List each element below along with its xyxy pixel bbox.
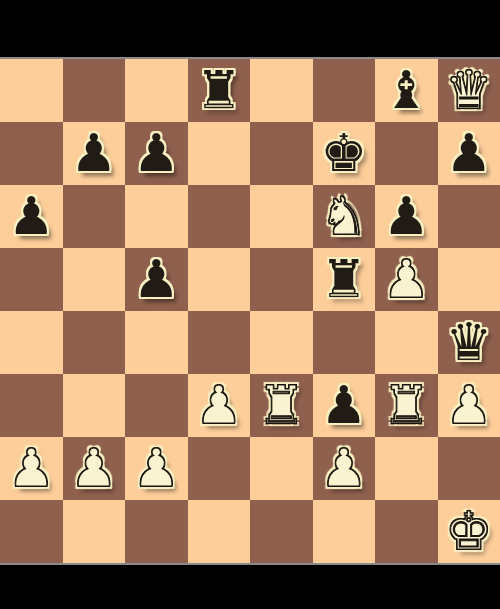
square-h1[interactable]: ♚ <box>438 500 500 563</box>
black-pawn-a6[interactable]: ♟ <box>8 190 55 242</box>
square-e1[interactable] <box>250 500 313 563</box>
square-c2[interactable]: ♟ <box>125 437 188 500</box>
square-c5[interactable]: ♟ <box>125 248 188 311</box>
black-bishop-g8[interactable]: ♝ <box>383 64 430 116</box>
square-h5[interactable] <box>438 248 500 311</box>
black-king-f7[interactable]: ♚ <box>320 127 367 179</box>
square-d2[interactable] <box>188 437 251 500</box>
white-rook-e3[interactable]: ♜ <box>258 379 305 431</box>
square-d5[interactable] <box>188 248 251 311</box>
app-screen: ♜♝♛♟♟♚♟♟♞♟♟♜♟♛♟♜♟♜♟♟♟♟♟♚ <box>0 0 500 609</box>
square-a6[interactable]: ♟ <box>0 185 63 248</box>
bottom-letterbox <box>0 565 500 609</box>
square-g7[interactable] <box>375 122 438 185</box>
square-f5[interactable]: ♜ <box>313 248 376 311</box>
black-pawn-h7[interactable]: ♟ <box>445 127 492 179</box>
square-c8[interactable] <box>125 59 188 122</box>
white-pawn-d3[interactable]: ♟ <box>195 379 242 431</box>
square-f6[interactable]: ♞ <box>313 185 376 248</box>
square-g8[interactable]: ♝ <box>375 59 438 122</box>
square-a2[interactable]: ♟ <box>0 437 63 500</box>
white-pawn-c2[interactable]: ♟ <box>133 442 180 494</box>
square-g6[interactable]: ♟ <box>375 185 438 248</box>
square-e5[interactable] <box>250 248 313 311</box>
square-a4[interactable] <box>0 311 63 374</box>
black-queen-h4[interactable]: ♛ <box>445 316 492 368</box>
square-e2[interactable] <box>250 437 313 500</box>
black-pawn-c5[interactable]: ♟ <box>133 253 180 305</box>
square-b8[interactable] <box>63 59 126 122</box>
square-b5[interactable] <box>63 248 126 311</box>
white-pawn-h3[interactable]: ♟ <box>445 379 492 431</box>
square-f8[interactable] <box>313 59 376 122</box>
square-b7[interactable]: ♟ <box>63 122 126 185</box>
square-g5[interactable]: ♟ <box>375 248 438 311</box>
square-b6[interactable] <box>63 185 126 248</box>
square-b1[interactable] <box>63 500 126 563</box>
square-e4[interactable] <box>250 311 313 374</box>
square-h4[interactable]: ♛ <box>438 311 500 374</box>
square-g4[interactable] <box>375 311 438 374</box>
square-f4[interactable] <box>313 311 376 374</box>
white-king-h1[interactable]: ♚ <box>445 505 492 557</box>
square-e6[interactable] <box>250 185 313 248</box>
square-c1[interactable] <box>125 500 188 563</box>
square-c7[interactable]: ♟ <box>125 122 188 185</box>
square-g1[interactable] <box>375 500 438 563</box>
black-pawn-f3[interactable]: ♟ <box>320 379 367 431</box>
white-queen-h8[interactable]: ♛ <box>445 64 492 116</box>
square-d7[interactable] <box>188 122 251 185</box>
black-pawn-b7[interactable]: ♟ <box>70 127 117 179</box>
square-c6[interactable] <box>125 185 188 248</box>
square-d4[interactable] <box>188 311 251 374</box>
square-d3[interactable]: ♟ <box>188 374 251 437</box>
square-e3[interactable]: ♜ <box>250 374 313 437</box>
square-g2[interactable] <box>375 437 438 500</box>
square-h8[interactable]: ♛ <box>438 59 500 122</box>
square-h3[interactable]: ♟ <box>438 374 500 437</box>
square-a3[interactable] <box>0 374 63 437</box>
square-d6[interactable] <box>188 185 251 248</box>
white-pawn-f2[interactable]: ♟ <box>320 442 367 494</box>
square-f7[interactable]: ♚ <box>313 122 376 185</box>
white-rook-g3[interactable]: ♜ <box>383 379 430 431</box>
square-b4[interactable] <box>63 311 126 374</box>
square-h2[interactable] <box>438 437 500 500</box>
square-c3[interactable] <box>125 374 188 437</box>
square-a7[interactable] <box>0 122 63 185</box>
square-a8[interactable] <box>0 59 63 122</box>
white-pawn-b2[interactable]: ♟ <box>70 442 117 494</box>
square-h6[interactable] <box>438 185 500 248</box>
square-a1[interactable] <box>0 500 63 563</box>
black-rook-d8[interactable]: ♜ <box>195 64 242 116</box>
square-d1[interactable] <box>188 500 251 563</box>
chess-board: ♜♝♛♟♟♚♟♟♞♟♟♜♟♛♟♜♟♜♟♟♟♟♟♚ <box>0 59 500 563</box>
black-pawn-c7[interactable]: ♟ <box>133 127 180 179</box>
square-c4[interactable] <box>125 311 188 374</box>
square-g3[interactable]: ♜ <box>375 374 438 437</box>
square-f1[interactable] <box>313 500 376 563</box>
white-pawn-a2[interactable]: ♟ <box>8 442 55 494</box>
top-letterbox <box>0 0 500 57</box>
white-knight-f6[interactable]: ♞ <box>320 190 367 242</box>
white-pawn-g5[interactable]: ♟ <box>383 253 430 305</box>
square-f3[interactable]: ♟ <box>313 374 376 437</box>
square-e8[interactable] <box>250 59 313 122</box>
black-pawn-g6[interactable]: ♟ <box>383 190 430 242</box>
square-a5[interactable] <box>0 248 63 311</box>
square-d8[interactable]: ♜ <box>188 59 251 122</box>
square-h7[interactable]: ♟ <box>438 122 500 185</box>
black-rook-f5[interactable]: ♜ <box>320 253 367 305</box>
square-b2[interactable]: ♟ <box>63 437 126 500</box>
square-e7[interactable] <box>250 122 313 185</box>
square-b3[interactable] <box>63 374 126 437</box>
square-f2[interactable]: ♟ <box>313 437 376 500</box>
